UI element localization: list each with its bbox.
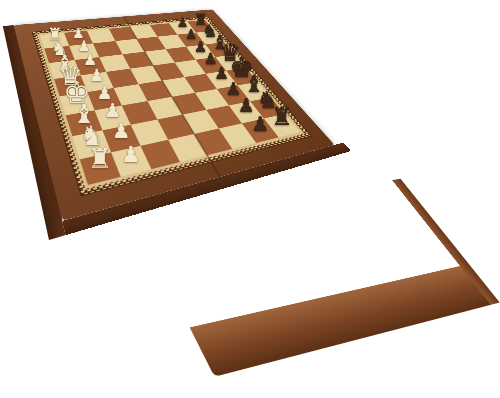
backgammon-board-plane: [142, 180, 460, 326]
scene: ♜♟♞♟♟♜♝♟♟♞♛♟♟♝♚♟♟♛♝♟♟♚♞♟♟♝♜♟♟♞♟♜: [0, 0, 500, 398]
chess-board-case: ♜♟♞♟♟♜♝♟♟♞♛♟♟♝♚♟♟♛♝♟♟♚♞♟♟♝♜♟♟♞♟♜: [0, 0, 500, 12]
